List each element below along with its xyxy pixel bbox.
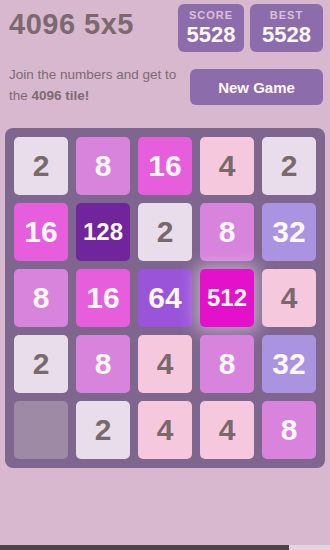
tile-8: 8	[200, 203, 254, 261]
tile-4: 4	[200, 137, 254, 195]
tile-8: 8	[76, 335, 130, 393]
tile-8: 8	[76, 137, 130, 195]
tile-8: 8	[262, 401, 316, 459]
board[interactable]: 2816421612828328166451242848322448	[5, 128, 325, 468]
tile-8: 8	[200, 335, 254, 393]
empty-cell	[14, 401, 68, 459]
bottom-edge-bar	[0, 545, 289, 550]
tile-2: 2	[14, 137, 68, 195]
score-label: SCORE	[189, 9, 233, 22]
page-title: 4096 5x5	[9, 8, 134, 41]
score-box: SCORE 5528	[178, 4, 244, 52]
best-value: 5528	[262, 22, 311, 47]
best-label: BEST	[270, 9, 303, 22]
tile-2: 2	[138, 203, 192, 261]
score-value: 5528	[187, 22, 236, 47]
tile-32: 32	[262, 335, 316, 393]
intro-text-bold: 4096 tile!	[32, 88, 90, 103]
tile-4: 4	[138, 401, 192, 459]
tile-16: 16	[76, 269, 130, 327]
tile-16: 16	[14, 203, 68, 261]
tile-32: 32	[262, 203, 316, 261]
tile-64: 64	[138, 269, 192, 327]
tile-2: 2	[14, 335, 68, 393]
tile-128: 128	[76, 203, 130, 261]
tile-2: 2	[262, 137, 316, 195]
intro-text: Join the numbers and get to the 4096 til…	[9, 64, 189, 106]
new-game-button[interactable]: New Game	[190, 69, 323, 105]
tile-512: 512	[200, 269, 254, 327]
bottom-edge-bar-right	[289, 545, 330, 550]
tile-4: 4	[200, 401, 254, 459]
tile-16: 16	[138, 137, 192, 195]
best-box: BEST 5528	[250, 4, 323, 52]
tile-4: 4	[262, 269, 316, 327]
tile-2: 2	[76, 401, 130, 459]
tile-4: 4	[138, 335, 192, 393]
tile-8: 8	[14, 269, 68, 327]
